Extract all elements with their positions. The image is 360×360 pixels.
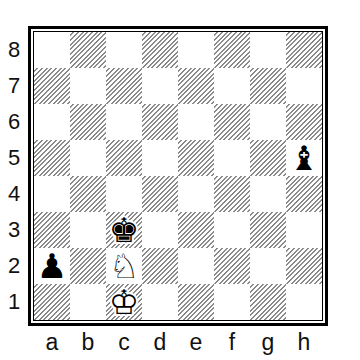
- square-b1[interactable]: [70, 284, 106, 320]
- square-a7[interactable]: [34, 68, 70, 104]
- square-g5[interactable]: [250, 140, 286, 176]
- square-e8[interactable]: [178, 32, 214, 68]
- square-b4[interactable]: [70, 176, 106, 212]
- chess-diagram: 8 7 6 5 4 3 2 1 ♝♝♚♚♟♟♞♘♚♔ a b c d e f g…: [0, 0, 360, 360]
- square-g3[interactable]: [250, 212, 286, 248]
- square-g2[interactable]: [250, 248, 286, 284]
- piece-bB-h5[interactable]: ♝♝: [286, 140, 322, 176]
- file-label-g: g: [250, 329, 286, 357]
- square-e1[interactable]: [178, 284, 214, 320]
- rank-label-1: 1: [0, 284, 28, 320]
- piece-bP-a2[interactable]: ♟♟: [34, 248, 70, 284]
- square-e5[interactable]: [178, 140, 214, 176]
- square-d4[interactable]: [142, 176, 178, 212]
- square-h2[interactable]: [286, 248, 322, 284]
- square-f4[interactable]: [214, 176, 250, 212]
- square-f1[interactable]: [214, 284, 250, 320]
- file-label-f: f: [214, 329, 250, 357]
- square-f3[interactable]: [214, 212, 250, 248]
- square-a8[interactable]: [34, 32, 70, 68]
- rank-label-6: 6: [0, 104, 28, 140]
- square-b3[interactable]: [70, 212, 106, 248]
- square-h1[interactable]: [286, 284, 322, 320]
- square-b8[interactable]: [70, 32, 106, 68]
- square-e7[interactable]: [178, 68, 214, 104]
- square-b6[interactable]: [70, 104, 106, 140]
- square-a2[interactable]: ♟♟: [34, 248, 70, 284]
- square-d5[interactable]: [142, 140, 178, 176]
- piece-glyph: ♔: [106, 284, 142, 320]
- file-label-h: h: [286, 329, 322, 357]
- square-f8[interactable]: [214, 32, 250, 68]
- rank-label-5: 5: [0, 140, 28, 176]
- square-d6[interactable]: [142, 104, 178, 140]
- square-a5[interactable]: [34, 140, 70, 176]
- square-g6[interactable]: [250, 104, 286, 140]
- square-a1[interactable]: [34, 284, 70, 320]
- square-h7[interactable]: [286, 68, 322, 104]
- square-c8[interactable]: [106, 32, 142, 68]
- piece-wK-c1[interactable]: ♚♔: [106, 284, 142, 320]
- square-d3[interactable]: [142, 212, 178, 248]
- square-g4[interactable]: [250, 176, 286, 212]
- piece-wN-c2[interactable]: ♞♘: [106, 248, 142, 284]
- rank-label-8: 8: [0, 32, 28, 68]
- piece-glyph: ♝: [286, 140, 322, 176]
- square-h4[interactable]: [286, 176, 322, 212]
- square-f2[interactable]: [214, 248, 250, 284]
- file-label-d: d: [142, 329, 178, 357]
- square-c3[interactable]: ♚♚: [106, 212, 142, 248]
- rank-label-7: 7: [0, 68, 28, 104]
- square-c5[interactable]: [106, 140, 142, 176]
- square-f5[interactable]: [214, 140, 250, 176]
- file-labels: a b c d e f g h: [34, 329, 322, 357]
- square-b5[interactable]: [70, 140, 106, 176]
- square-d1[interactable]: [142, 284, 178, 320]
- piece-glyph: ♘: [106, 248, 142, 284]
- square-c6[interactable]: [106, 104, 142, 140]
- square-a4[interactable]: [34, 176, 70, 212]
- square-d7[interactable]: [142, 68, 178, 104]
- square-c1[interactable]: ♚♔: [106, 284, 142, 320]
- square-h3[interactable]: [286, 212, 322, 248]
- board-frame: ♝♝♚♚♟♟♞♘♚♔: [28, 26, 328, 326]
- square-d2[interactable]: [142, 248, 178, 284]
- file-label-a: a: [34, 329, 70, 357]
- square-a3[interactable]: [34, 212, 70, 248]
- piece-bK-c3[interactable]: ♚♚: [106, 212, 142, 248]
- square-e2[interactable]: [178, 248, 214, 284]
- file-label-e: e: [178, 329, 214, 357]
- file-label-c: c: [106, 329, 142, 357]
- square-e4[interactable]: [178, 176, 214, 212]
- square-g8[interactable]: [250, 32, 286, 68]
- piece-glyph: ♚: [106, 212, 142, 248]
- square-f6[interactable]: [214, 104, 250, 140]
- square-e6[interactable]: [178, 104, 214, 140]
- chess-board[interactable]: ♝♝♚♚♟♟♞♘♚♔: [34, 32, 322, 320]
- piece-glyph: ♟: [34, 248, 70, 284]
- rank-label-3: 3: [0, 212, 28, 248]
- square-b2[interactable]: [70, 248, 106, 284]
- square-c4[interactable]: [106, 176, 142, 212]
- rank-labels: 8 7 6 5 4 3 2 1: [0, 32, 28, 320]
- square-h8[interactable]: [286, 32, 322, 68]
- file-label-b: b: [70, 329, 106, 357]
- square-c2[interactable]: ♞♘: [106, 248, 142, 284]
- square-b7[interactable]: [70, 68, 106, 104]
- square-e3[interactable]: [178, 212, 214, 248]
- rank-label-4: 4: [0, 176, 28, 212]
- square-f7[interactable]: [214, 68, 250, 104]
- square-h6[interactable]: [286, 104, 322, 140]
- square-a6[interactable]: [34, 104, 70, 140]
- square-c7[interactable]: [106, 68, 142, 104]
- square-g7[interactable]: [250, 68, 286, 104]
- square-d8[interactable]: [142, 32, 178, 68]
- board-inner-border: ♝♝♚♚♟♟♞♘♚♔: [33, 31, 323, 321]
- rank-label-2: 2: [0, 248, 28, 284]
- square-h5[interactable]: ♝♝: [286, 140, 322, 176]
- square-g1[interactable]: [250, 284, 286, 320]
